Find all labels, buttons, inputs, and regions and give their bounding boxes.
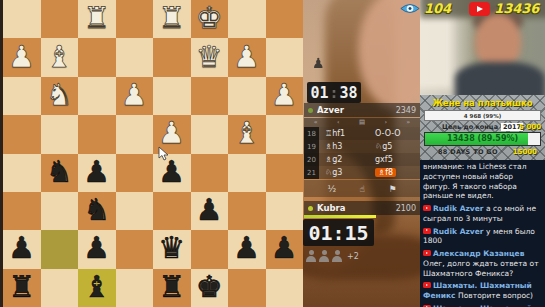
board-square[interactable] — [266, 0, 304, 38]
board-square[interactable] — [41, 192, 79, 230]
white-piece: ♟ — [158, 118, 185, 148]
clock-bottom-min: 01 — [308, 221, 332, 245]
white-piece: ♜ — [83, 3, 110, 33]
board-square[interactable]: ♟ — [78, 154, 116, 192]
white-piece: ♟ — [271, 80, 298, 110]
board-square[interactable] — [228, 269, 266, 307]
donation-days-left: 88 DAYS TO GO — [438, 148, 498, 156]
youtube-badge-icon — [423, 228, 431, 234]
white-piece: ♛ — [196, 42, 223, 72]
move-number: 21 — [304, 166, 319, 179]
move-black[interactable]: ♘g5 — [369, 142, 420, 151]
board-square[interactable]: ♜ — [153, 0, 191, 38]
board-square[interactable]: ♟ — [3, 38, 41, 76]
board-square[interactable]: ♟ — [3, 230, 41, 268]
chat-message: Rudik Azver а со мной не сыграл по 3 мин… — [423, 204, 542, 224]
board-square[interactable] — [116, 154, 154, 192]
game-action-buttons: ½☝⚑ — [304, 180, 420, 197]
black-piece: ♟ — [158, 157, 185, 187]
takeback-button[interactable]: ☝ — [360, 184, 365, 194]
move-nav-icon[interactable]: › — [384, 119, 387, 126]
board-square[interactable] — [153, 38, 191, 76]
chat-text: Повторите вопрос) — [458, 291, 533, 300]
black-piece: ♜ — [8, 272, 35, 302]
move-white[interactable]: ♗h3 — [319, 142, 369, 151]
donation-goal-amount: 5 000 — [519, 123, 541, 131]
clock-top-sec: 38 — [340, 84, 358, 102]
board-square[interactable] — [228, 192, 266, 230]
streamer-shirt — [455, 62, 545, 95]
board-square[interactable]: ♝ — [78, 269, 116, 307]
clock-bottom: 01:15 — [303, 219, 374, 246]
move-row: 21♘g3♗f8 — [304, 166, 420, 179]
move-white[interactable]: ♗g2 — [319, 155, 369, 164]
donation-progress-bar: 13438 (89.59%) — [424, 132, 541, 146]
resign-flag-button[interactable]: ⚑ — [388, 184, 396, 194]
mouse-cursor — [158, 146, 169, 161]
black-piece: ♛ — [158, 233, 185, 263]
chat-text: Олег, долго ждать ответа от Шахматного Ф… — [423, 259, 539, 278]
board-square[interactable] — [191, 115, 229, 153]
board-square[interactable] — [41, 0, 79, 38]
player-top-bar: Azver 2349 — [304, 103, 420, 117]
board-square[interactable] — [3, 154, 41, 192]
white-piece: ♜ — [158, 3, 185, 33]
spectator-icon — [319, 250, 329, 262]
board-square[interactable]: ♞ — [41, 154, 79, 192]
donation-goal-row: Цель до конца 2017 5 000 — [424, 122, 541, 132]
move-row: 20♗g2gxf5 — [304, 153, 420, 166]
black-piece: ♟ — [83, 157, 110, 187]
white-piece: ♝ — [46, 42, 73, 72]
spectator-icon — [332, 250, 342, 262]
viewers-eye-icon — [400, 2, 420, 15]
board-square[interactable]: ♜ — [3, 269, 41, 307]
youtube-icon — [469, 2, 490, 16]
window-light — [420, 8, 452, 88]
board-square[interactable] — [266, 154, 304, 192]
board-square[interactable] — [191, 154, 229, 192]
black-piece: ♟ — [233, 233, 260, 263]
board-square[interactable]: ♛ — [153, 230, 191, 268]
move-row: 18♖hf1O-O-O — [304, 127, 420, 140]
chat-message: Александр Казанцев Олег, долго ждать отв… — [423, 249, 542, 278]
board-square[interactable] — [228, 154, 266, 192]
board-square[interactable] — [191, 77, 229, 115]
board-square[interactable] — [41, 269, 79, 307]
board-square[interactable]: ♜ — [153, 269, 191, 307]
board-square[interactable] — [266, 38, 304, 76]
board-square[interactable] — [116, 230, 154, 268]
donation-progress-text: 13438 (89.59%) — [425, 133, 540, 145]
move-nav-bar[interactable]: «‹▤›» — [304, 118, 420, 127]
board-square[interactable]: ♟ — [266, 77, 304, 115]
spectators-more-count: +2 — [347, 252, 359, 261]
donation-widget: Жене на платьишко 4 968 (99%) Цель до ко… — [420, 95, 545, 160]
board-square[interactable]: ♞ — [78, 192, 116, 230]
donation-total-amount: 15000 — [513, 148, 537, 156]
move-black[interactable]: O-O-O — [369, 129, 420, 138]
move-list: 18♖hf1O-O-O19♗h3♘g520♗g2gxf521♘g3♗f8 — [304, 127, 420, 179]
board-square[interactable] — [228, 0, 266, 38]
move-number: 20 — [304, 153, 319, 166]
board-square[interactable] — [191, 230, 229, 268]
board-square[interactable] — [41, 230, 79, 268]
move-white[interactable]: ♘g3 — [319, 168, 369, 177]
donation-footer-row: 88 DAYS TO GO 15000 — [424, 147, 541, 157]
move-number: 19 — [304, 140, 319, 153]
board-square[interactable] — [153, 77, 191, 115]
black-piece: ♟ — [83, 233, 110, 263]
viewers-count: 104 — [424, 1, 451, 16]
board-square[interactable] — [266, 115, 304, 153]
donation-title: Жене на платьишко — [424, 98, 541, 108]
board-square[interactable] — [3, 115, 41, 153]
clock-colon: : — [332, 221, 344, 245]
board-square[interactable]: ♟ — [266, 230, 304, 268]
youtube-badge-icon — [423, 282, 431, 288]
board-square[interactable] — [116, 269, 154, 307]
chat-text: внимание: на Lichess стал доступен новый… — [423, 162, 526, 200]
board-square[interactable]: ♟ — [191, 192, 229, 230]
board-square[interactable] — [3, 0, 41, 38]
chat-username[interactable]: Rudik Azver — [433, 204, 486, 213]
online-dot-icon — [308, 108, 313, 113]
move-nav-icon[interactable]: « — [314, 119, 318, 126]
black-piece: ♝ — [83, 272, 110, 302]
chat-username[interactable]: Rudik Azver — [433, 227, 486, 236]
board-square[interactable] — [116, 192, 154, 230]
player-bottom-bar: Kubra 2100 — [304, 201, 420, 215]
black-piece: ♟ — [271, 233, 298, 263]
move-white[interactable]: ♖hf1 — [319, 129, 369, 138]
clock-top-min: 01 — [310, 84, 328, 102]
board-square[interactable]: ♟ — [228, 230, 266, 268]
move-nav-icon[interactable]: ▤ — [359, 119, 365, 126]
black-piece: ♟ — [196, 195, 223, 225]
black-piece: ♜ — [158, 272, 185, 302]
board-square[interactable]: ♝ — [228, 115, 266, 153]
chat-message: Rudik Azver у меня было 1800 — [423, 227, 542, 247]
streamer-face — [475, 14, 521, 69]
board-square[interactable]: ♟ — [78, 230, 116, 268]
board-square[interactable]: ♞ — [41, 77, 79, 115]
board-square[interactable] — [3, 77, 41, 115]
chat-username[interactable]: Александр Казанцев — [433, 249, 524, 258]
black-piece: ♞ — [83, 195, 110, 225]
board-square[interactable]: ♛ — [191, 38, 229, 76]
move-nav-icon[interactable]: » — [406, 119, 410, 126]
pawn-icon: ♟ — [312, 55, 325, 71]
subscribers-count: 13436 — [494, 1, 539, 16]
stream-counters: 104 13436 — [400, 1, 539, 16]
board-square[interactable] — [78, 115, 116, 153]
spectator-icon — [306, 250, 316, 262]
board-square[interactable]: ♟ — [116, 77, 154, 115]
youtube-badge-icon — [423, 205, 431, 211]
online-dot-icon — [308, 206, 313, 211]
rating-progress-underline — [304, 215, 376, 218]
board-square[interactable] — [41, 115, 79, 153]
white-piece: ♚ — [196, 3, 223, 33]
board-square[interactable]: ♟ — [228, 38, 266, 76]
white-piece: ♟ — [8, 42, 35, 72]
board-square[interactable] — [78, 38, 116, 76]
donation-bar-secondary-text: 4 968 (99%) — [464, 113, 501, 119]
board-square[interactable] — [78, 77, 116, 115]
chess-board: ♜♜♚♟♝♛♟♞♟♟♟♝♞♟♟♞♟♟♟♛♟♟♜♝♜♚ — [3, 0, 303, 307]
black-piece: ♚ — [196, 272, 223, 302]
white-piece: ♞ — [46, 80, 73, 110]
draw-offer-button[interactable]: ½ — [327, 184, 336, 194]
board-square[interactable] — [266, 269, 304, 307]
white-piece: ♟ — [233, 42, 260, 72]
move-black[interactable]: gxf5 — [369, 155, 420, 164]
board-square[interactable] — [228, 77, 266, 115]
clock-top: 01:38 — [307, 82, 361, 103]
move-black[interactable]: ♗f8 — [369, 168, 420, 177]
youtube-badge-icon — [423, 250, 431, 256]
player-bottom-name: Kubra — [317, 203, 392, 213]
board-square[interactable] — [3, 192, 41, 230]
board-square[interactable] — [116, 115, 154, 153]
board-square[interactable]: ♚ — [191, 269, 229, 307]
stream-screenshot: ♜♜♚♟♝♛♟♞♟♟♟♝♞♟♟♞♟♟♟♛♟♟♜♝♜♚ ♟ 01:38 Azver… — [0, 0, 545, 307]
black-piece: ♞ — [46, 157, 73, 187]
move-row: 19♗h3♘g5 — [304, 140, 420, 153]
board-square[interactable] — [116, 38, 154, 76]
player-bottom-rating: 2100 — [396, 204, 416, 213]
clock-colon: : — [328, 84, 339, 102]
chat-panel[interactable]: внимание: на Lichess стал доступен новый… — [420, 160, 545, 307]
move-number: 18 — [304, 127, 319, 140]
black-piece: ♟ — [8, 233, 35, 263]
clock-bottom-sec: 15 — [345, 221, 369, 245]
player-top-rating: 2349 — [396, 106, 416, 115]
donation-goal-label: Цель до конца — [442, 123, 498, 131]
board-square[interactable] — [266, 192, 304, 230]
white-piece: ♟ — [121, 80, 148, 110]
spectators-row: +2 — [306, 250, 359, 262]
white-piece: ♝ — [233, 118, 260, 148]
chat-message: внимание: на Lichess стал доступен новый… — [423, 162, 542, 201]
board-square[interactable]: ♚ — [191, 0, 229, 38]
board-square[interactable]: ♝ — [41, 38, 79, 76]
board-square[interactable]: ♜ — [78, 0, 116, 38]
move-nav-icon[interactable]: ‹ — [337, 119, 340, 126]
chat-message: Шахматы. Шахматный Феникс Повторите вопр… — [423, 281, 542, 301]
board-square[interactable] — [116, 0, 154, 38]
donation-bar-secondary: 4 968 (99%) — [424, 110, 541, 121]
board-square[interactable] — [153, 192, 191, 230]
player-top-name: Azver — [317, 105, 392, 115]
